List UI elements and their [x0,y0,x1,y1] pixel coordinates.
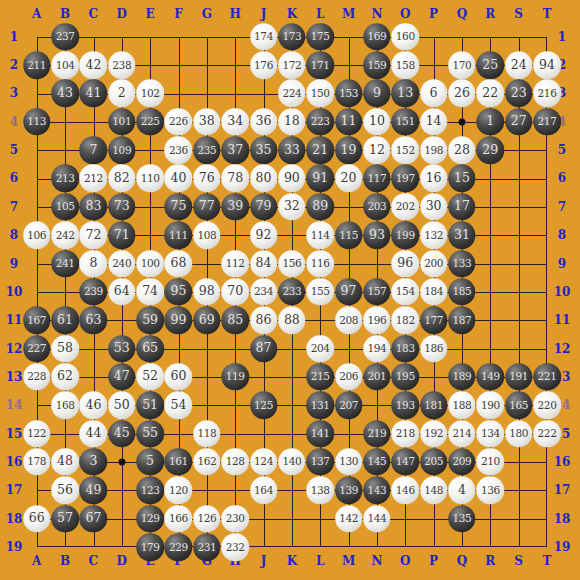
stone-D7-move-73: 73 [108,193,136,221]
row-label-right-8: 8 [558,229,566,241]
stone-B11-move-61: 61 [51,306,79,334]
stone-P4-move-14: 14 [420,108,448,136]
stone-C5-move-7: 7 [80,136,108,164]
stone-J7-move-79: 79 [250,193,278,221]
col-label-top-S: S [514,8,523,20]
row-label-right-7: 7 [558,201,566,213]
stone-M13-move-206: 206 [335,363,363,391]
stone-C9-move-8: 8 [80,250,108,278]
stone-O13-move-195: 195 [392,363,420,391]
stone-L14-move-131: 131 [306,392,334,420]
stone-Q2-move-170: 170 [448,51,476,79]
stone-F13-move-60: 60 [165,363,193,391]
stone-J14-move-125: 125 [250,392,278,420]
stone-J9-move-84: 84 [250,250,278,278]
stone-H18-move-230: 230 [221,505,249,533]
stone-J8-move-92: 92 [250,221,278,249]
stone-E16-move-5: 5 [136,448,164,476]
col-label-bottom-C: C [89,555,99,567]
col-label-bottom-N: N [371,555,382,567]
stone-K7-move-32: 32 [278,193,306,221]
stone-C14-move-46: 46 [80,392,108,420]
stone-R13-move-149: 149 [477,363,505,391]
stone-C18-move-67: 67 [80,505,108,533]
stone-K1-move-173: 173 [278,23,306,51]
stone-B1-move-237: 237 [51,23,79,51]
stone-Q15-move-214: 214 [448,420,476,448]
stone-A8-move-106: 106 [23,221,51,249]
stone-L6-move-91: 91 [306,165,334,193]
stone-Q13-move-189: 189 [448,363,476,391]
stone-M16-move-130: 130 [335,448,363,476]
col-label-bottom-B: B [60,555,70,567]
row-label-right-10: 10 [554,286,571,298]
stone-F16-move-161: 161 [165,448,193,476]
stone-D8-move-71: 71 [108,221,136,249]
stone-F9-move-68: 68 [165,250,193,278]
stone-N3-move-9: 9 [363,80,391,108]
stone-N6-move-117: 117 [363,165,391,193]
stone-G19-move-231: 231 [193,533,221,561]
stone-M17-move-139: 139 [335,477,363,505]
stone-B7-move-105: 105 [51,193,79,221]
stone-J6-move-80: 80 [250,165,278,193]
stone-R3-move-22: 22 [477,80,505,108]
stone-B3-move-43: 43 [51,80,79,108]
stone-J12-move-87: 87 [250,335,278,363]
stone-Q7-move-17: 17 [448,193,476,221]
stone-E14-move-51: 51 [136,392,164,420]
stone-K4-move-18: 18 [278,108,306,136]
row-label-left-1: 1 [10,31,18,43]
stone-D15-move-45: 45 [108,420,136,448]
row-label-right-19: 19 [554,541,571,553]
row-label-left-9: 9 [10,258,18,270]
stone-M5-move-19: 19 [335,136,363,164]
col-label-top-O: O [400,8,410,20]
stone-D10-move-64: 64 [108,278,136,306]
row-label-left-11: 11 [6,314,23,326]
stone-Q3-move-26: 26 [448,80,476,108]
stone-D13-move-47: 47 [108,363,136,391]
stone-H13-move-119: 119 [221,363,249,391]
stone-N10-move-157: 157 [363,278,391,306]
stone-L3-move-150: 150 [306,80,334,108]
stone-C11-move-63: 63 [80,306,108,334]
stone-G4-move-38: 38 [193,108,221,136]
stone-B13-move-62: 62 [51,363,79,391]
stone-G16-move-162: 162 [193,448,221,476]
stone-E9-move-100: 100 [136,250,164,278]
stone-T4-move-217: 217 [533,108,561,136]
stone-F14-move-54: 54 [165,392,193,420]
stone-J17-move-164: 164 [250,477,278,505]
col-label-top-P: P [429,8,438,20]
stone-F8-move-111: 111 [165,221,193,249]
stone-C16-move-3: 3 [80,448,108,476]
stone-M8-move-115: 115 [335,221,363,249]
stone-O5-move-152: 152 [392,136,420,164]
row-label-right-9: 9 [558,258,566,270]
stone-L9-move-116: 116 [306,250,334,278]
stone-O9-move-96: 96 [392,250,420,278]
stone-L16-move-137: 137 [306,448,334,476]
stone-T15-move-222: 222 [533,420,561,448]
row-label-left-2: 2 [10,59,18,71]
stone-D14-move-50: 50 [108,392,136,420]
stone-H10-move-70: 70 [221,278,249,306]
stone-R14-move-190: 190 [477,392,505,420]
stone-J11-move-86: 86 [250,306,278,334]
stone-O17-move-146: 146 [392,477,420,505]
row-label-right-5: 5 [558,144,566,156]
stone-O16-move-147: 147 [392,448,420,476]
row-label-right-6: 6 [558,172,566,184]
stone-G7-move-77: 77 [193,193,221,221]
row-label-left-7: 7 [10,201,18,213]
stone-L17-move-138: 138 [306,477,334,505]
stone-P10-move-184: 184 [420,278,448,306]
stone-P3-move-6: 6 [420,80,448,108]
stone-N11-move-196: 196 [363,306,391,334]
stone-B6-move-213: 213 [51,165,79,193]
row-label-right-1: 1 [558,31,566,43]
stone-J10-move-234: 234 [250,278,278,306]
stone-P5-move-198: 198 [420,136,448,164]
stone-K9-move-156: 156 [278,250,306,278]
stone-P17-move-148: 148 [420,477,448,505]
stone-P14-move-181: 181 [420,392,448,420]
stone-J1-move-174: 174 [250,23,278,51]
stone-G10-move-98: 98 [193,278,221,306]
stone-N17-move-143: 143 [363,477,391,505]
stone-D9-move-240: 240 [108,250,136,278]
row-label-left-19: 19 [6,541,23,553]
stone-N15-move-219: 219 [363,420,391,448]
col-label-top-H: H [229,8,240,20]
stone-C15-move-44: 44 [80,420,108,448]
stone-K10-move-233: 233 [278,278,306,306]
stone-E11-move-59: 59 [136,306,164,334]
stone-P12-move-186: 186 [420,335,448,363]
stone-J5-move-35: 35 [250,136,278,164]
col-label-top-K: K [287,8,297,20]
stone-L7-move-89: 89 [306,193,334,221]
col-label-top-F: F [174,8,183,20]
stone-M6-move-20: 20 [335,165,363,193]
stone-O10-move-154: 154 [392,278,420,306]
stone-L2-move-171: 171 [306,51,334,79]
stone-M11-move-208: 208 [335,306,363,334]
stone-S14-move-165: 165 [505,392,533,420]
stone-F10-move-95: 95 [165,278,193,306]
col-label-top-D: D [117,8,127,20]
stone-A16-move-178: 178 [23,448,51,476]
stone-N1-move-169: 169 [363,23,391,51]
stone-G11-move-69: 69 [193,306,221,334]
stone-D4-move-101: 101 [108,108,136,136]
col-label-bottom-A: A [32,555,41,567]
stone-Q5-move-28: 28 [448,136,476,164]
col-label-top-C: C [89,8,99,20]
stone-K3-move-224: 224 [278,80,306,108]
row-label-left-14: 14 [6,399,23,411]
stone-Q9-move-133: 133 [448,250,476,278]
stone-C2-move-42: 42 [80,51,108,79]
stone-O4-move-151: 151 [392,108,420,136]
row-label-left-6: 6 [10,172,18,184]
stone-B14-move-168: 168 [51,392,79,420]
stone-K6-move-90: 90 [278,165,306,193]
row-label-left-8: 8 [10,229,18,241]
stone-N16-move-145: 145 [363,448,391,476]
stone-Q8-move-31: 31 [448,221,476,249]
col-label-bottom-D: D [117,555,127,567]
stone-B2-move-104: 104 [51,51,79,79]
stone-E15-move-55: 55 [136,420,164,448]
stone-N8-move-93: 93 [363,221,391,249]
hoshi-point-D16 [118,458,125,465]
stone-O2-move-158: 158 [392,51,420,79]
stone-D3-move-2: 2 [108,80,136,108]
col-label-bottom-T: T [543,555,552,567]
col-label-bottom-S: S [514,555,523,567]
stone-C6-move-212: 212 [80,165,108,193]
stone-F7-move-75: 75 [165,193,193,221]
stone-E10-move-74: 74 [136,278,164,306]
stone-B12-move-58: 58 [51,335,79,363]
stone-L1-move-175: 175 [306,23,334,51]
stone-Q11-move-187: 187 [448,306,476,334]
stone-S4-move-27: 27 [505,108,533,136]
stone-M18-move-142: 142 [335,505,363,533]
stone-E12-move-65: 65 [136,335,164,363]
stone-S15-move-180: 180 [505,420,533,448]
stone-A11-move-167: 167 [23,306,51,334]
col-label-top-R: R [485,8,495,20]
row-label-left-18: 18 [6,513,23,525]
stone-Q6-move-15: 15 [448,165,476,193]
stone-F19-move-229: 229 [165,533,193,561]
row-label-left-16: 16 [6,456,23,468]
stone-N2-move-159: 159 [363,51,391,79]
stone-E3-move-102: 102 [136,80,164,108]
stone-H5-move-37: 37 [221,136,249,164]
stone-A4-move-113: 113 [23,108,51,136]
stone-N13-move-201: 201 [363,363,391,391]
stone-B8-move-242: 242 [51,221,79,249]
stone-H11-move-85: 85 [221,306,249,334]
stone-O3-move-13: 13 [392,80,420,108]
stone-L5-move-21: 21 [306,136,334,164]
col-label-top-G: G [202,8,212,20]
stone-T13-move-221: 221 [533,363,561,391]
stone-P7-move-30: 30 [420,193,448,221]
stone-L12-move-204: 204 [306,335,334,363]
stone-A2-move-211: 211 [23,51,51,79]
stone-H19-move-232: 232 [221,533,249,561]
stone-F17-move-120: 120 [165,477,193,505]
col-label-bottom-R: R [485,555,495,567]
row-label-right-17: 17 [554,484,571,496]
stone-A12-move-227: 227 [23,335,51,363]
stone-L15-move-141: 141 [306,420,334,448]
stone-E19-move-179: 179 [136,533,164,561]
col-label-top-E: E [146,8,155,20]
stone-C8-move-72: 72 [80,221,108,249]
stone-R17-move-136: 136 [477,477,505,505]
stone-L4-move-223: 223 [306,108,334,136]
stone-G15-move-118: 118 [193,420,221,448]
row-label-left-10: 10 [6,286,23,298]
stone-G6-move-76: 76 [193,165,221,193]
stone-L8-move-114: 114 [306,221,334,249]
stone-Q14-move-188: 188 [448,392,476,420]
stone-O12-move-183: 183 [392,335,420,363]
stone-D12-move-53: 53 [108,335,136,363]
row-label-left-17: 17 [6,484,23,496]
row-label-left-5: 5 [10,144,18,156]
stone-B18-move-57: 57 [51,505,79,533]
stone-N4-move-10: 10 [363,108,391,136]
col-label-bottom-M: M [342,555,355,567]
stone-T2-move-94: 94 [533,51,561,79]
stone-S2-move-24: 24 [505,51,533,79]
row-label-right-12: 12 [554,343,571,355]
col-label-bottom-K: K [287,555,297,567]
stone-A15-move-122: 122 [23,420,51,448]
stone-F4-move-226: 226 [165,108,193,136]
col-label-top-Q: Q [457,8,467,20]
col-label-bottom-J: J [261,555,267,567]
row-label-right-16: 16 [554,456,571,468]
stone-N5-move-12: 12 [363,136,391,164]
stone-A18-move-66: 66 [23,505,51,533]
row-label-right-18: 18 [554,513,571,525]
stone-R5-move-29: 29 [477,136,505,164]
stone-T14-move-220: 220 [533,392,561,420]
col-label-top-M: M [342,8,355,20]
stone-G18-move-126: 126 [193,505,221,533]
stone-F6-move-40: 40 [165,165,193,193]
stone-K11-move-88: 88 [278,306,306,334]
stone-K5-move-33: 33 [278,136,306,164]
stone-O8-move-199: 199 [392,221,420,249]
stone-O15-move-218: 218 [392,420,420,448]
stone-O6-move-197: 197 [392,165,420,193]
stone-S3-move-23: 23 [505,80,533,108]
stone-R16-move-210: 210 [477,448,505,476]
stone-J16-move-124: 124 [250,448,278,476]
col-label-top-L: L [316,8,324,20]
stone-H16-move-128: 128 [221,448,249,476]
stone-E6-move-110: 110 [136,165,164,193]
stone-B16-move-48: 48 [51,448,79,476]
stone-M3-move-153: 153 [335,80,363,108]
stone-P6-move-16: 16 [420,165,448,193]
stone-G5-move-235: 235 [193,136,221,164]
stone-F11-move-99: 99 [165,306,193,334]
stone-C7-move-83: 83 [80,193,108,221]
col-label-top-T: T [543,8,552,20]
stone-D5-move-109: 109 [108,136,136,164]
stone-M10-move-97: 97 [335,278,363,306]
stone-Q10-move-185: 185 [448,278,476,306]
col-label-top-B: B [60,8,70,20]
stone-L10-move-155: 155 [306,278,334,306]
stone-S13-move-191: 191 [505,363,533,391]
col-label-bottom-P: P [429,555,438,567]
stone-H7-move-39: 39 [221,193,249,221]
stone-E18-move-129: 129 [136,505,164,533]
stone-Q18-move-135: 135 [448,505,476,533]
stone-R2-move-25: 25 [477,51,505,79]
stone-O1-move-160: 160 [392,23,420,51]
col-label-top-J: J [261,8,267,20]
stone-M4-move-11: 11 [335,108,363,136]
stone-H4-move-34: 34 [221,108,249,136]
stone-C10-move-239: 239 [80,278,108,306]
stone-H6-move-78: 78 [221,165,249,193]
stone-N7-move-203: 203 [363,193,391,221]
stone-R15-move-134: 134 [477,420,505,448]
go-board[interactable]: AABBCCDDEEFFGGHHJJKKLLMMNNOOPPQQRRSSTT11… [0,0,580,580]
col-label-bottom-L: L [316,555,324,567]
stone-B17-move-56: 56 [51,477,79,505]
stone-F5-move-236: 236 [165,136,193,164]
stone-J2-move-176: 176 [250,51,278,79]
row-label-left-4: 4 [10,116,18,128]
row-label-left-13: 13 [6,371,23,383]
stone-A13-move-228: 228 [23,363,51,391]
stone-E4-move-225: 225 [136,108,164,136]
stone-P9-move-200: 200 [420,250,448,278]
stone-P8-move-132: 132 [420,221,448,249]
row-label-left-12: 12 [6,343,23,355]
stone-P11-move-177: 177 [420,306,448,334]
stone-D2-move-238: 238 [108,51,136,79]
stone-L13-move-215: 215 [306,363,334,391]
stone-M14-move-207: 207 [335,392,363,420]
row-label-left-15: 15 [6,428,23,440]
stone-B9-move-241: 241 [51,250,79,278]
stone-K16-move-140: 140 [278,448,306,476]
stone-D6-move-82: 82 [108,165,136,193]
col-label-top-A: A [32,8,41,20]
stone-P16-move-205: 205 [420,448,448,476]
stone-J4-move-36: 36 [250,108,278,136]
stone-R4-move-1: 1 [477,108,505,136]
stone-N18-move-144: 144 [363,505,391,533]
stone-O14-move-193: 193 [392,392,420,420]
row-label-right-11: 11 [554,314,571,326]
hoshi-point-Q4 [458,118,465,125]
col-label-bottom-O: O [400,555,410,567]
stone-T3-move-216: 216 [533,80,561,108]
stone-Q17-move-4: 4 [448,477,476,505]
stone-E17-move-123: 123 [136,477,164,505]
col-label-bottom-Q: Q [457,555,467,567]
stone-K2-move-172: 172 [278,51,306,79]
stone-G8-move-108: 108 [193,221,221,249]
stone-F18-move-166: 166 [165,505,193,533]
stone-E13-move-52: 52 [136,363,164,391]
col-label-top-N: N [371,8,382,20]
stone-O11-move-182: 182 [392,306,420,334]
row-label-left-3: 3 [10,87,18,99]
stone-C17-move-49: 49 [80,477,108,505]
stone-Q16-move-209: 209 [448,448,476,476]
